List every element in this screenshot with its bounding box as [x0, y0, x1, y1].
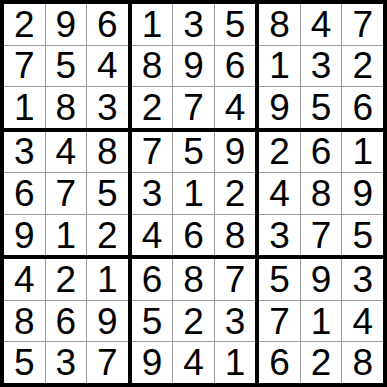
sudoku-cell-r2c1[interactable]: 7 [4, 46, 45, 87]
sudoku-cell-r5c2[interactable]: 7 [46, 173, 87, 214]
sudoku-cell-r9c6[interactable]: 1 [215, 342, 256, 383]
sudoku-cell-r6c7[interactable]: 3 [259, 215, 300, 256]
sudoku-cell-r9c8[interactable]: 2 [301, 342, 342, 383]
sudoku-cell-r8c9[interactable]: 4 [342, 301, 383, 342]
sudoku-cell-r6c9[interactable]: 5 [342, 215, 383, 256]
sudoku-cell-r5c7[interactable]: 4 [259, 173, 300, 214]
sudoku-cell-r7c8[interactable]: 9 [301, 259, 342, 300]
sudoku-cell-r6c3[interactable]: 2 [87, 215, 128, 256]
sudoku-cell-r8c5[interactable]: 2 [173, 301, 214, 342]
sudoku-cell-r8c3[interactable]: 9 [87, 301, 128, 342]
sudoku-cell-r3c9[interactable]: 6 [342, 87, 383, 128]
sudoku-cell-r9c9[interactable]: 8 [342, 342, 383, 383]
sudoku-cell-r4c6[interactable]: 9 [215, 132, 256, 173]
sudoku-cell-r7c9[interactable]: 3 [342, 259, 383, 300]
sudoku-cell-r4c3[interactable]: 8 [87, 132, 128, 173]
sudoku-cell-r9c1[interactable]: 5 [4, 342, 45, 383]
sudoku-cell-r9c3[interactable]: 7 [87, 342, 128, 383]
sudoku-box: 348675912 [4, 132, 128, 256]
sudoku-cell-r5c4[interactable]: 3 [132, 173, 173, 214]
sudoku-cell-r1c3[interactable]: 6 [87, 4, 128, 45]
sudoku-cell-r3c1[interactable]: 1 [4, 87, 45, 128]
sudoku-box: 261489375 [259, 132, 383, 256]
sudoku-cell-r2c2[interactable]: 5 [46, 46, 87, 87]
sudoku-cell-r4c2[interactable]: 4 [46, 132, 87, 173]
sudoku-cell-r7c1[interactable]: 4 [4, 259, 45, 300]
sudoku-box: 759312468 [132, 132, 256, 256]
sudoku-box: 421869537 [4, 259, 128, 383]
sudoku-cell-r2c4[interactable]: 8 [132, 46, 173, 87]
sudoku-cell-r4c8[interactable]: 6 [301, 132, 342, 173]
sudoku-cell-r5c8[interactable]: 8 [301, 173, 342, 214]
sudoku-cell-r4c9[interactable]: 1 [342, 132, 383, 173]
sudoku-box: 593714628 [259, 259, 383, 383]
sudoku-cell-r5c9[interactable]: 9 [342, 173, 383, 214]
sudoku-box: 847132956 [259, 4, 383, 128]
sudoku-cell-r9c7[interactable]: 6 [259, 342, 300, 383]
sudoku-cell-r1c6[interactable]: 5 [215, 4, 256, 45]
sudoku-cell-r1c9[interactable]: 7 [342, 4, 383, 45]
sudoku-cell-r4c7[interactable]: 2 [259, 132, 300, 173]
sudoku-cell-r8c7[interactable]: 7 [259, 301, 300, 342]
sudoku-cell-r6c2[interactable]: 1 [46, 215, 87, 256]
sudoku-cell-r4c5[interactable]: 5 [173, 132, 214, 173]
sudoku-box: 296754183 [4, 4, 128, 128]
sudoku-cell-r8c6[interactable]: 3 [215, 301, 256, 342]
sudoku-cell-r2c6[interactable]: 6 [215, 46, 256, 87]
sudoku-box: 687523941 [132, 259, 256, 383]
sudoku-cell-r4c4[interactable]: 7 [132, 132, 173, 173]
sudoku-cell-r7c4[interactable]: 6 [132, 259, 173, 300]
sudoku-cell-r4c1[interactable]: 3 [4, 132, 45, 173]
sudoku-cell-r8c2[interactable]: 6 [46, 301, 87, 342]
sudoku-cell-r6c6[interactable]: 8 [215, 215, 256, 256]
sudoku-cell-r3c3[interactable]: 3 [87, 87, 128, 128]
sudoku-cell-r5c6[interactable]: 2 [215, 173, 256, 214]
sudoku-cell-r6c8[interactable]: 7 [301, 215, 342, 256]
sudoku-cell-r1c7[interactable]: 8 [259, 4, 300, 45]
sudoku-cell-r2c3[interactable]: 4 [87, 46, 128, 87]
sudoku-cell-r6c5[interactable]: 6 [173, 215, 214, 256]
sudoku-cell-r3c4[interactable]: 2 [132, 87, 173, 128]
sudoku-cell-r7c6[interactable]: 7 [215, 259, 256, 300]
sudoku-cell-r3c2[interactable]: 8 [46, 87, 87, 128]
sudoku-cell-r7c3[interactable]: 1 [87, 259, 128, 300]
sudoku-cell-r2c7[interactable]: 1 [259, 46, 300, 87]
sudoku-cell-r1c1[interactable]: 2 [4, 4, 45, 45]
sudoku-cell-r2c9[interactable]: 2 [342, 46, 383, 87]
sudoku-cell-r2c8[interactable]: 3 [301, 46, 342, 87]
sudoku-cell-r9c2[interactable]: 3 [46, 342, 87, 383]
sudoku-cell-r3c8[interactable]: 5 [301, 87, 342, 128]
sudoku-cell-r1c2[interactable]: 9 [46, 4, 87, 45]
sudoku-board: 2967541831358962748471329563486759127593… [0, 0, 387, 387]
sudoku-cell-r5c5[interactable]: 1 [173, 173, 214, 214]
sudoku-cell-r9c5[interactable]: 4 [173, 342, 214, 383]
sudoku-cell-r3c6[interactable]: 4 [215, 87, 256, 128]
sudoku-cell-r1c5[interactable]: 3 [173, 4, 214, 45]
sudoku-cell-r7c7[interactable]: 5 [259, 259, 300, 300]
sudoku-cell-r8c4[interactable]: 5 [132, 301, 173, 342]
sudoku-box: 135896274 [132, 4, 256, 128]
sudoku-cell-r2c5[interactable]: 9 [173, 46, 214, 87]
sudoku-cell-r1c4[interactable]: 1 [132, 4, 173, 45]
sudoku-cell-r8c8[interactable]: 1 [301, 301, 342, 342]
sudoku-cell-r9c4[interactable]: 9 [132, 342, 173, 383]
sudoku-cell-r6c4[interactable]: 4 [132, 215, 173, 256]
sudoku-cell-r6c1[interactable]: 9 [4, 215, 45, 256]
sudoku-cell-r5c1[interactable]: 6 [4, 173, 45, 214]
sudoku-cell-r7c2[interactable]: 2 [46, 259, 87, 300]
sudoku-cell-r5c3[interactable]: 5 [87, 173, 128, 214]
sudoku-cell-r1c8[interactable]: 4 [301, 4, 342, 45]
sudoku-cell-r7c5[interactable]: 8 [173, 259, 214, 300]
sudoku-cell-r3c5[interactable]: 7 [173, 87, 214, 128]
sudoku-cell-r3c7[interactable]: 9 [259, 87, 300, 128]
sudoku-cell-r8c1[interactable]: 8 [4, 301, 45, 342]
